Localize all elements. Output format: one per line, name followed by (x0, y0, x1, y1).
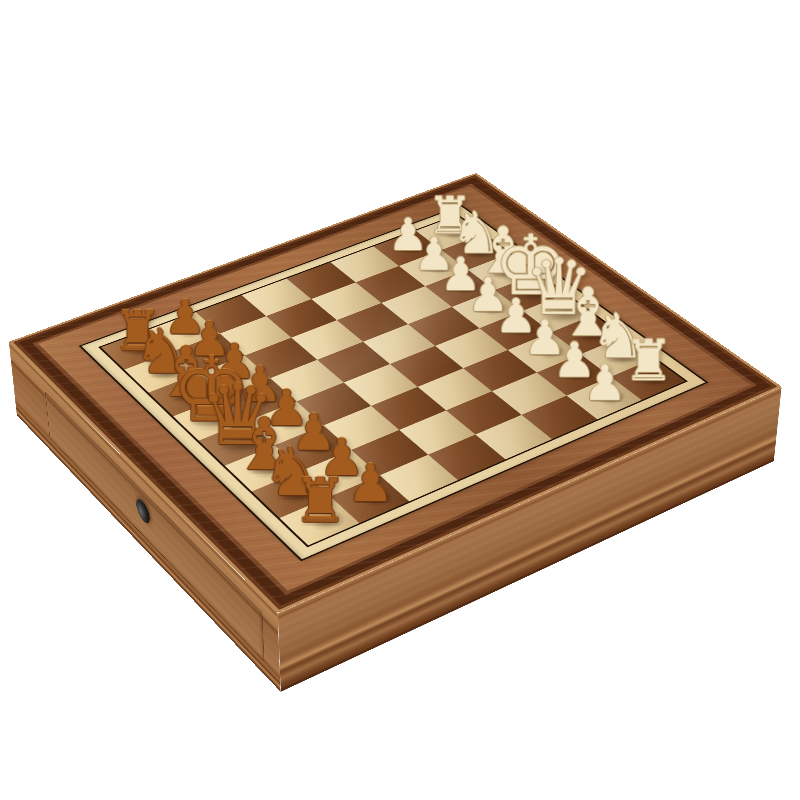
chess-box: ♜♟♞♟♝♟♚♟♛♟♟♝♜♟♟♞♞♟♟♜♝♟♟♚♟♛♟♝♟♞♟♜ (9, 173, 782, 613)
drawer-knob[interactable] (135, 494, 150, 528)
box-top-frame: ♜♟♞♟♝♟♚♟♛♟♟♝♜♟♟♞♞♟♟♜♝♟♟♚♟♛♟♝♟♞♟♜ (9, 173, 782, 613)
product-photo-scene: ♜♟♞♟♝♟♚♟♛♟♟♝♜♟♟♞♞♟♟♜♝♟♟♚♟♛♟♝♟♞♟♜ (0, 0, 800, 800)
